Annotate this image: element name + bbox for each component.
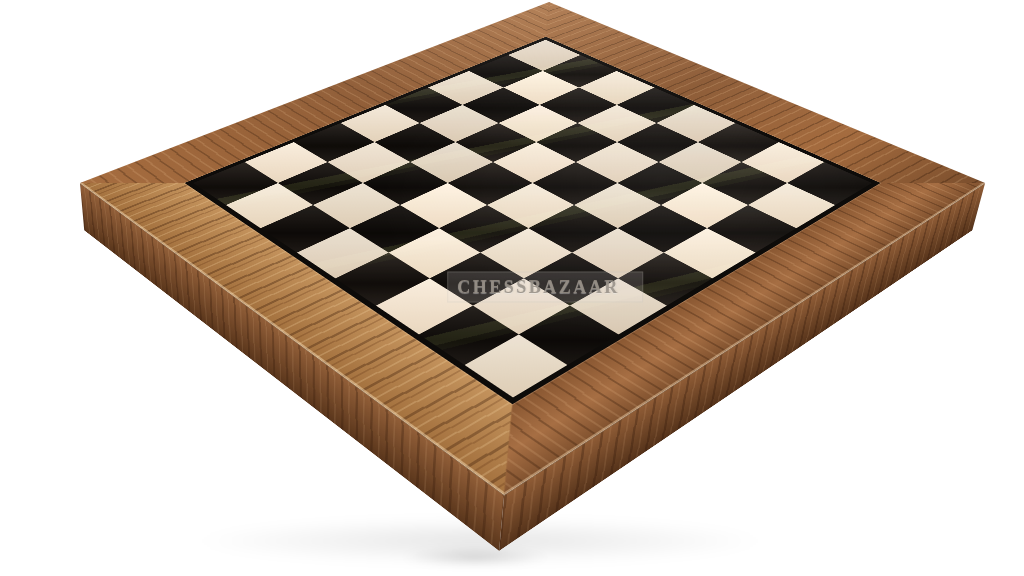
- frame-rail-lower-left: [80, 157, 577, 494]
- square-r5c6-dark: [528, 205, 617, 253]
- watermark: CHESSBAZAAR: [447, 272, 643, 303]
- square-r2c8-light: [748, 183, 835, 228]
- frame-rail-lower-right: [440, 157, 985, 494]
- square-r4c7-dark: [618, 205, 707, 253]
- square-r3c8-dark: [707, 205, 796, 253]
- square-r7c4-dark: [350, 205, 439, 253]
- square-r8c7-dark: [419, 306, 519, 365]
- board-top-face: [80, 2, 985, 495]
- chess-board: [80, 2, 985, 495]
- square-r3c7-light: [661, 183, 748, 228]
- square-r7c3-light: [313, 183, 400, 228]
- product-photo: CHESSBAZAAR: [0, 0, 1024, 576]
- square-r8c2-light: [226, 183, 313, 228]
- square-r5c5-light: [487, 183, 574, 228]
- square-r8c4-light: [297, 228, 389, 278]
- square-r6c4-light: [400, 183, 487, 228]
- square-r4c6-light: [574, 183, 661, 228]
- square-r4c8-light: [664, 228, 756, 278]
- square-r8c5-dark: [335, 253, 429, 306]
- square-r6c5-dark: [439, 205, 528, 253]
- square-r7c8-dark: [519, 306, 619, 365]
- square-r8c8-light: [465, 334, 568, 397]
- square-r8c3-dark: [261, 205, 350, 253]
